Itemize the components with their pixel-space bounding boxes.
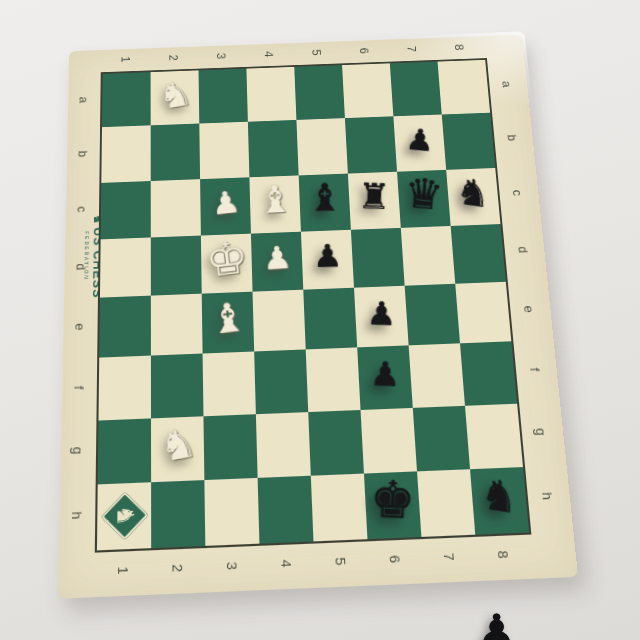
file-label-right-g: g	[532, 424, 548, 439]
rank-label-top-2: 2	[166, 51, 179, 63]
square-f4[interactable]	[254, 350, 308, 414]
square-a7[interactable]	[390, 62, 442, 117]
rank-label-top-8: 8	[451, 41, 465, 53]
square-d6[interactable]	[351, 228, 405, 288]
file-label-right-c: c	[510, 186, 525, 199]
piece-black-king-h6[interactable]: ♚	[369, 473, 415, 526]
square-h4[interactable]	[258, 475, 314, 543]
square-d1[interactable]	[100, 237, 151, 297]
file-label-right-h: h	[539, 489, 555, 505]
file-label-right-b: b	[504, 131, 519, 144]
piece-black-knight-h8[interactable]: ♞	[478, 472, 520, 520]
square-h5[interactable]	[311, 473, 368, 541]
piece-white-pawn-d4[interactable]: ♟	[261, 242, 292, 275]
h1-corner-logo-knight-icon: ♞	[113, 505, 136, 527]
rank-label-bottom-2: 2	[169, 560, 184, 576]
rank-label-bottom-6: 6	[386, 551, 402, 567]
piece-black-pawn-b7[interactable]: ♟	[404, 124, 435, 156]
square-d5[interactable]: ♟	[301, 230, 354, 290]
chess-board: ♞♟♟♝♝♜♛♞♚♟♟♝♟♟♞♞♚♞	[95, 58, 532, 553]
rank-label-top-7: 7	[404, 43, 418, 55]
square-d7[interactable]	[401, 226, 455, 286]
square-f6[interactable]: ♟	[357, 346, 413, 410]
square-g7[interactable]	[413, 405, 470, 471]
file-label-right-e: e	[521, 302, 536, 316]
square-f3[interactable]	[203, 352, 256, 416]
file-label-left-b: b	[76, 147, 90, 160]
rank-label-top-6: 6	[356, 44, 370, 56]
file-label-left-c: c	[75, 203, 89, 216]
rank-label-bottom-7: 7	[440, 549, 456, 565]
rank-label-top-5: 5	[309, 46, 323, 58]
file-label-left-g: g	[70, 443, 85, 458]
file-label-left-a: a	[77, 93, 90, 106]
rank-label-top-3: 3	[214, 50, 227, 62]
square-e1[interactable]	[99, 296, 151, 358]
square-b7[interactable]: ♟	[393, 115, 446, 172]
offboard-captured-piece[interactable]: ♟	[476, 608, 517, 640]
piece-black-bishop-c5[interactable]: ♝	[306, 179, 342, 217]
rank-label-bottom-4: 4	[277, 555, 292, 571]
square-h8[interactable]: ♞	[470, 467, 529, 535]
square-g8[interactable]	[465, 403, 523, 469]
square-c6[interactable]: ♜	[348, 171, 401, 229]
square-h1[interactable]: ♞	[97, 482, 151, 550]
file-label-right-f: f	[526, 362, 542, 377]
piece-white-knight-g2[interactable]: ♞	[156, 421, 199, 469]
piece-white-bishop-e3[interactable]: ♝	[207, 296, 248, 340]
square-a8[interactable]	[438, 60, 491, 115]
square-e6[interactable]: ♟	[354, 286, 409, 348]
file-label-left-d: d	[73, 260, 87, 274]
square-h3[interactable]	[204, 478, 259, 546]
square-a3[interactable]	[199, 69, 248, 124]
file-label-left-h: h	[69, 508, 84, 524]
square-f5[interactable]	[306, 348, 361, 412]
square-e5[interactable]	[303, 288, 357, 350]
square-e7[interactable]	[405, 284, 460, 346]
square-f1[interactable]	[98, 356, 151, 420]
square-c7[interactable]: ♛	[397, 169, 451, 227]
square-a5[interactable]	[294, 65, 345, 120]
piece-white-knight-a2[interactable]: ♞	[155, 74, 194, 114]
file-label-left-f: f	[71, 380, 86, 395]
rank-label-bottom-8: 8	[494, 546, 510, 562]
table-surface: { "game": "chess", "position": "2n4n/1pq…	[0, 0, 640, 640]
square-e2[interactable]	[151, 294, 203, 356]
h1-corner-logo: ♞	[101, 492, 148, 540]
square-b6[interactable]	[345, 117, 397, 174]
square-d4[interactable]: ♟	[251, 231, 303, 291]
square-a6[interactable]	[342, 63, 393, 118]
file-label-right-d: d	[515, 243, 530, 257]
square-g6[interactable]	[361, 407, 417, 473]
square-h6[interactable]: ♚	[364, 471, 421, 539]
piece-black-queen-c7[interactable]: ♛	[402, 172, 444, 217]
rank-label-bottom-1: 1	[114, 562, 129, 578]
square-c2[interactable]	[151, 179, 201, 238]
square-g4[interactable]	[256, 412, 311, 478]
file-label-right-a: a	[499, 77, 513, 90]
square-c3[interactable]: ♟	[200, 177, 251, 235]
piece-black-pawn-d5[interactable]: ♟	[312, 240, 342, 272]
square-c1[interactable]	[101, 181, 151, 240]
piece-white-pawn-c3[interactable]: ♟	[209, 186, 241, 220]
square-b2[interactable]	[151, 124, 200, 181]
piece-black-knight-c8[interactable]: ♞	[453, 172, 492, 213]
square-d3[interactable]: ♚	[201, 233, 253, 293]
square-a1[interactable]	[102, 72, 151, 127]
us-chess-logo-subtext: FEDERATION	[83, 231, 90, 280]
square-c8[interactable]: ♞	[446, 168, 500, 226]
square-b1[interactable]	[101, 126, 150, 183]
square-d8[interactable]	[451, 224, 506, 284]
square-c5[interactable]: ♝	[299, 173, 351, 231]
rank-label-bottom-5: 5	[332, 553, 348, 569]
square-b4[interactable]	[248, 120, 299, 177]
square-g2[interactable]: ♞	[151, 416, 204, 482]
piece-white-bishop-c4[interactable]: ♝	[256, 180, 294, 220]
file-label-left-e: e	[72, 319, 86, 333]
square-b5[interactable]	[296, 118, 347, 175]
square-g3[interactable]	[203, 414, 257, 480]
square-e4[interactable]	[253, 290, 306, 352]
chess-board-scene: ♞ US CHESS FEDERATION ♞♟♟♝♝♜♛♞♚♟♟♝♟♟♞♞♚♞…	[58, 35, 578, 599]
square-f8[interactable]	[460, 342, 517, 406]
rank-label-bottom-3: 3	[223, 558, 238, 574]
square-g5[interactable]	[308, 409, 364, 475]
square-h7[interactable]	[417, 469, 475, 537]
square-a2[interactable]: ♞	[151, 70, 200, 125]
square-f7[interactable]	[409, 344, 465, 408]
square-b3[interactable]	[199, 122, 249, 179]
square-a4[interactable]	[246, 67, 296, 122]
piece-black-pawn-f6[interactable]: ♟	[369, 357, 400, 392]
piece-black-pawn-e6[interactable]: ♟	[366, 297, 396, 330]
square-e3[interactable]: ♝	[202, 292, 254, 354]
vinyl-board-mat: ♞ US CHESS FEDERATION ♞♟♟♝♝♜♛♞♚♟♟♝♟♟♞♞♚♞…	[58, 35, 578, 599]
square-f2[interactable]	[151, 354, 204, 418]
square-b8[interactable]	[442, 113, 495, 169]
rank-label-top-4: 4	[261, 48, 274, 60]
rank-label-top-1: 1	[118, 53, 131, 65]
square-c4[interactable]: ♝	[249, 175, 301, 233]
piece-black-rook-c6[interactable]: ♜	[357, 179, 391, 215]
piece-white-king-d3[interactable]: ♚	[203, 234, 250, 284]
square-e8[interactable]	[455, 282, 511, 344]
square-h2[interactable]	[151, 480, 205, 548]
square-g1[interactable]	[98, 418, 151, 484]
square-d2[interactable]	[151, 235, 202, 295]
